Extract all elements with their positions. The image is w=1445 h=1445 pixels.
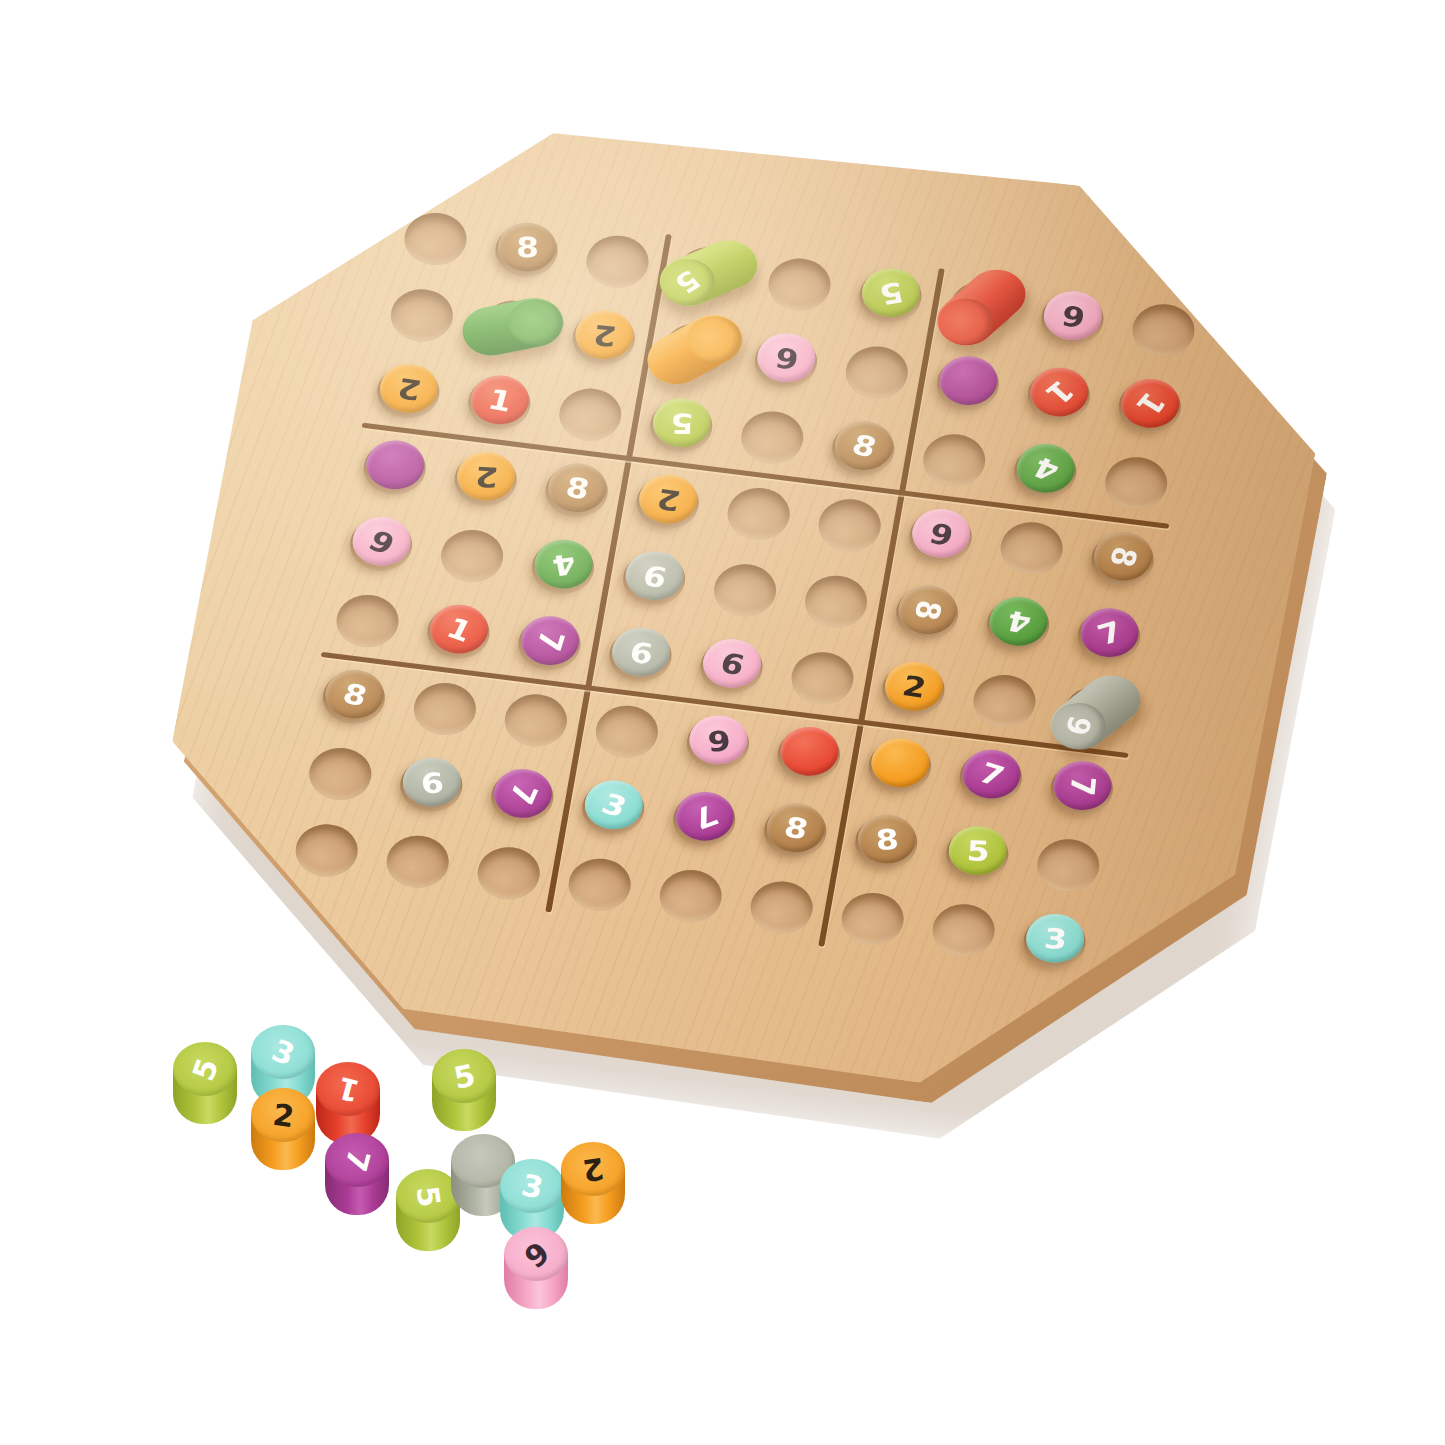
peg-digit: 6 <box>773 343 801 373</box>
peg-digit: 7 <box>503 780 542 808</box>
peg-digit: 6 <box>717 648 747 680</box>
peg-digit: 4 <box>1029 452 1064 485</box>
peg-digit: 9 <box>628 637 655 667</box>
cell-r6c8[interactable] <box>969 671 1039 730</box>
cell-r9c1[interactable] <box>291 821 361 880</box>
peg-digit: 6 <box>1059 300 1087 330</box>
peg-digit: 2 <box>591 320 618 350</box>
peg-digit: 2 <box>580 1150 606 1188</box>
peg-top-face: 5 <box>173 1042 237 1096</box>
cell-r2c1[interactable] <box>387 286 457 345</box>
peg-digit: 6 <box>926 518 956 549</box>
cell-r8c1[interactable] <box>305 744 375 803</box>
peg-digit: 2 <box>395 373 424 404</box>
peg-digit: 5 <box>409 1183 447 1209</box>
peg-digit: 7 <box>688 800 722 833</box>
cell-r1c1[interactable] <box>400 209 470 268</box>
peg-end-face <box>677 308 752 371</box>
cell-r9c3[interactable] <box>473 844 543 903</box>
sudoku-board: 8556261121584282686498471796298677973788… <box>129 86 1357 1117</box>
loose-peg-5-6[interactable]: 5 <box>432 1049 496 1137</box>
peg-digit: 2 <box>270 1096 296 1134</box>
board-rotation-wrap: 8556261121584282686498471796298677973788… <box>129 86 1357 1117</box>
cell-r2c6[interactable] <box>842 343 912 402</box>
peg-end-face <box>503 295 568 350</box>
peg-digit: 6 <box>517 1234 555 1274</box>
cell-r7c4[interactable] <box>592 702 662 761</box>
peg-digit: 2 <box>654 484 683 515</box>
peg-digit: 1 <box>333 1069 362 1108</box>
cell-r9c4[interactable] <box>564 855 634 914</box>
peg-digit: 6 <box>706 725 731 754</box>
board-scene: 8556261121584282686498471796298677973788… <box>203 148 1283 1055</box>
peg-digit: 9 <box>419 768 444 797</box>
cell-r4c8[interactable] <box>996 519 1066 578</box>
cell-r4c5[interactable] <box>723 484 793 543</box>
cell-r7c2[interactable] <box>410 679 480 738</box>
peg-digit: 8 <box>874 825 899 854</box>
peg-digit: 1 <box>442 613 476 646</box>
peg-digit: 2 <box>474 462 499 491</box>
peg-digit: 5 <box>450 1057 478 1096</box>
peg-digit: 3 <box>597 789 630 822</box>
loose-peg-2-10[interactable]: 2 <box>561 1142 625 1230</box>
cell-r4c6[interactable] <box>814 496 884 555</box>
cell-r9c7[interactable] <box>837 889 907 948</box>
peg-top-face: 6 <box>504 1227 568 1281</box>
cell-r3c3[interactable] <box>555 385 625 444</box>
peg-top-face: 2 <box>561 1142 625 1196</box>
peg-digit: 3 <box>518 1167 546 1206</box>
peg-top-face: 3 <box>500 1159 564 1213</box>
peg-top-face: 5 <box>432 1049 496 1103</box>
peg-digit: 3 <box>1042 924 1067 953</box>
peg-digit: 6 <box>364 525 399 558</box>
peg-digit: 1 <box>485 384 515 415</box>
peg-top-face: 7 <box>325 1133 389 1187</box>
peg-digit: 7 <box>531 628 569 654</box>
peg-digit: 7 <box>1093 616 1126 649</box>
cell-r8c9[interactable] <box>1033 836 1103 895</box>
cell-r6c1[interactable] <box>332 592 402 651</box>
loose-peg-2-4[interactable]: 2 <box>251 1088 315 1176</box>
loose-peg-6-11[interactable]: 6 <box>504 1227 568 1315</box>
peg-digit: 8 <box>1104 544 1141 569</box>
cell-r1c5[interactable] <box>764 255 834 314</box>
peg-digit: 8 <box>781 812 811 843</box>
loose-peg-7-5[interactable]: 7 <box>325 1133 389 1221</box>
peg-4-r2c2[interactable] <box>457 293 570 360</box>
peg-top-face: 2 <box>251 1088 315 1142</box>
peg-digit: 8 <box>339 678 369 710</box>
cell-r9c6[interactable] <box>746 878 816 937</box>
cell-r5c2[interactable] <box>437 526 507 585</box>
peg-digit: 5 <box>669 264 708 299</box>
peg-digit: 8 <box>909 598 946 622</box>
cell-r9c2[interactable] <box>382 832 452 891</box>
cell-r3c7[interactable] <box>919 431 989 490</box>
cell-r1c9[interactable] <box>1128 301 1198 360</box>
peg-digit: 9 <box>640 560 670 591</box>
peg-digit: 8 <box>563 472 592 503</box>
peg-digit: 9 <box>1058 713 1099 739</box>
peg-digit: 3 <box>267 1032 299 1072</box>
peg-top-face: 1 <box>316 1062 380 1116</box>
peg-digit: 8 <box>848 430 879 462</box>
cell-r6c6[interactable] <box>787 649 857 708</box>
peg-top-face: 3 <box>251 1025 315 1079</box>
peg-digit: 4 <box>550 549 578 580</box>
peg-digit: 2 <box>900 671 929 702</box>
cell-r7c3[interactable] <box>501 691 571 750</box>
cell-r5c5[interactable] <box>710 561 780 620</box>
peg-digit: 8 <box>515 233 538 261</box>
cell-r9c8[interactable] <box>928 901 998 960</box>
cell-r3c5[interactable] <box>737 408 807 467</box>
peg-digit: 7 <box>1065 775 1100 796</box>
cell-r5c6[interactable] <box>801 572 871 631</box>
peg-digit: 4 <box>1004 606 1034 637</box>
peg-digit: 7 <box>975 758 1008 791</box>
cell-r9c5[interactable] <box>655 866 725 925</box>
loose-peg-5-1[interactable]: 5 <box>173 1042 237 1130</box>
peg-digit: 5 <box>670 409 693 437</box>
peg-digit: 5 <box>966 836 990 865</box>
peg-digit: 5 <box>877 277 906 308</box>
peg-digit: 1 <box>1040 375 1079 408</box>
peg-digit: 5 <box>185 1053 225 1085</box>
cell-r1c3[interactable] <box>582 232 652 291</box>
product-photo-page: 8556261121584282686498471796298677973788… <box>0 0 1445 1445</box>
cell-r3c9[interactable] <box>1101 454 1171 513</box>
peg-digit: 7 <box>337 1145 376 1174</box>
peg-digit: 1 <box>1130 387 1170 419</box>
